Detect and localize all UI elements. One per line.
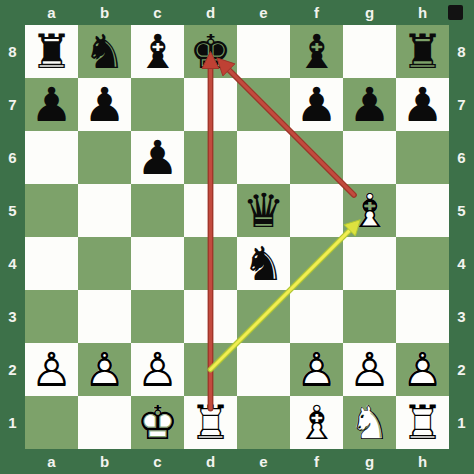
square-c5[interactable] (131, 184, 184, 237)
square-b5[interactable] (78, 184, 131, 237)
square-e6[interactable] (237, 131, 290, 184)
square-g2[interactable]: ♟♙ (343, 343, 396, 396)
rank-label-1: 1 (0, 396, 25, 449)
piece-black-bishop: ♝ (131, 25, 184, 78)
piece-black-pawn: ♟ (131, 131, 184, 184)
piece-white-rook: ♜ (184, 396, 237, 449)
square-h8[interactable]: ♜ (396, 25, 449, 78)
square-e1[interactable] (237, 396, 290, 449)
piece-black-pawn: ♟ (25, 78, 78, 131)
square-d4[interactable] (184, 237, 237, 290)
square-f6[interactable] (290, 131, 343, 184)
square-b6[interactable] (78, 131, 131, 184)
square-c1[interactable]: ♚♔ (131, 396, 184, 449)
piece-black-rook: ♜ (25, 25, 78, 78)
file-label-d: d (184, 449, 237, 474)
square-f3[interactable] (290, 290, 343, 343)
file-label-h: h (396, 0, 449, 25)
piece-black-rook: ♜ (396, 25, 449, 78)
square-d7[interactable] (184, 78, 237, 131)
piece-white-pawn-outline: ♙ (131, 343, 184, 396)
rank-label-8: 8 (449, 25, 474, 78)
square-c4[interactable] (131, 237, 184, 290)
rank-label-1: 1 (449, 396, 474, 449)
square-c6[interactable]: ♟ (131, 131, 184, 184)
square-h7[interactable]: ♟ (396, 78, 449, 131)
square-e2[interactable] (237, 343, 290, 396)
rank-label-6: 6 (0, 131, 25, 184)
square-h5[interactable] (396, 184, 449, 237)
piece-white-pawn: ♟ (131, 343, 184, 396)
square-b8[interactable]: ♞ (78, 25, 131, 78)
rank-labels-right: 87654321 (449, 25, 474, 449)
square-b7[interactable]: ♟ (78, 78, 131, 131)
square-e5[interactable]: ♛ (237, 184, 290, 237)
file-label-c: c (131, 0, 184, 25)
file-labels-top: abcdefgh (25, 0, 449, 25)
file-label-f: f (290, 0, 343, 25)
piece-white-pawn: ♟ (78, 343, 131, 396)
rank-label-2: 2 (0, 343, 25, 396)
rank-label-7: 7 (449, 78, 474, 131)
file-labels-bottom: abcdefgh (25, 449, 449, 474)
piece-white-king: ♚ (131, 396, 184, 449)
square-a2[interactable]: ♟♙ (25, 343, 78, 396)
square-c8[interactable]: ♝ (131, 25, 184, 78)
rank-labels-left: 87654321 (0, 25, 25, 449)
square-h1[interactable]: ♜♖ (396, 396, 449, 449)
rank-label-3: 3 (0, 290, 25, 343)
square-a5[interactable] (25, 184, 78, 237)
square-g1[interactable]: ♞♘ (343, 396, 396, 449)
piece-white-bishop: ♝ (343, 184, 396, 237)
square-d8[interactable]: ♚ (184, 25, 237, 78)
piece-white-pawn-outline: ♙ (290, 343, 343, 396)
square-a8[interactable]: ♜ (25, 25, 78, 78)
piece-black-king: ♚ (184, 25, 237, 78)
square-e8[interactable] (237, 25, 290, 78)
rank-label-5: 5 (0, 184, 25, 237)
square-d1[interactable]: ♜♖ (184, 396, 237, 449)
file-label-a: a (25, 449, 78, 474)
rank-label-2: 2 (449, 343, 474, 396)
square-g3[interactable] (343, 290, 396, 343)
file-label-b: b (78, 449, 131, 474)
piece-white-pawn: ♟ (25, 343, 78, 396)
square-g5[interactable]: ♝♗ (343, 184, 396, 237)
piece-black-pawn: ♟ (78, 78, 131, 131)
piece-white-king-outline: ♔ (131, 396, 184, 449)
file-label-d: d (184, 0, 237, 25)
piece-black-pawn: ♟ (396, 78, 449, 131)
square-d3[interactable] (184, 290, 237, 343)
square-b3[interactable] (78, 290, 131, 343)
square-f4[interactable] (290, 237, 343, 290)
square-g8[interactable] (343, 25, 396, 78)
piece-white-rook: ♜ (396, 396, 449, 449)
square-g6[interactable] (343, 131, 396, 184)
square-d5[interactable] (184, 184, 237, 237)
chess-board: ♜♞♝♚♝♜♟♟♟♟♟♟♛♝♗♞♟♙♟♙♟♙♟♙♟♙♟♙♚♔♜♖♝♗♞♘♜♖ (25, 25, 449, 449)
rank-label-4: 4 (0, 237, 25, 290)
rank-label-8: 8 (0, 25, 25, 78)
file-label-g: g (343, 0, 396, 25)
piece-white-knight: ♞ (343, 396, 396, 449)
square-b2[interactable]: ♟♙ (78, 343, 131, 396)
file-label-b: b (78, 0, 131, 25)
square-f8[interactable]: ♝ (290, 25, 343, 78)
square-h3[interactable] (396, 290, 449, 343)
square-d6[interactable] (184, 131, 237, 184)
piece-black-queen: ♛ (237, 184, 290, 237)
square-a3[interactable] (25, 290, 78, 343)
square-c7[interactable] (131, 78, 184, 131)
square-b4[interactable] (78, 237, 131, 290)
file-label-e: e (237, 449, 290, 474)
piece-black-bishop: ♝ (290, 25, 343, 78)
file-label-h: h (396, 449, 449, 474)
square-e3[interactable] (237, 290, 290, 343)
piece-black-knight: ♞ (78, 25, 131, 78)
square-f1[interactable]: ♝♗ (290, 396, 343, 449)
piece-white-rook-outline: ♖ (184, 396, 237, 449)
piece-black-pawn: ♟ (343, 78, 396, 131)
rank-label-3: 3 (449, 290, 474, 343)
square-e7[interactable] (237, 78, 290, 131)
file-label-e: e (237, 0, 290, 25)
piece-white-pawn-outline: ♙ (343, 343, 396, 396)
square-f2[interactable]: ♟♙ (290, 343, 343, 396)
black-to-move-indicator (448, 5, 463, 20)
piece-white-pawn-outline: ♙ (25, 343, 78, 396)
file-label-g: g (343, 449, 396, 474)
square-a7[interactable]: ♟ (25, 78, 78, 131)
square-g4[interactable] (343, 237, 396, 290)
piece-white-rook-outline: ♖ (396, 396, 449, 449)
piece-white-pawn: ♟ (290, 343, 343, 396)
square-e4[interactable]: ♞ (237, 237, 290, 290)
square-d2[interactable] (184, 343, 237, 396)
piece-white-pawn: ♟ (343, 343, 396, 396)
piece-black-pawn: ♟ (290, 78, 343, 131)
piece-white-knight-outline: ♘ (343, 396, 396, 449)
file-label-c: c (131, 449, 184, 474)
square-a4[interactable] (25, 237, 78, 290)
piece-white-bishop-outline: ♗ (290, 396, 343, 449)
square-c2[interactable]: ♟♙ (131, 343, 184, 396)
file-label-a: a (25, 0, 78, 25)
rank-label-5: 5 (449, 184, 474, 237)
piece-black-knight: ♞ (237, 237, 290, 290)
square-c3[interactable] (131, 290, 184, 343)
chess-app-window: abcdefgh abcdefgh 87654321 87654321 ♜♞♝♚… (0, 0, 474, 474)
square-f7[interactable]: ♟ (290, 78, 343, 131)
piece-white-pawn-outline: ♙ (78, 343, 131, 396)
square-a1[interactable] (25, 396, 78, 449)
square-a6[interactable] (25, 131, 78, 184)
square-h4[interactable] (396, 237, 449, 290)
rank-label-6: 6 (449, 131, 474, 184)
piece-white-pawn: ♟ (396, 343, 449, 396)
piece-white-pawn-outline: ♙ (396, 343, 449, 396)
rank-label-7: 7 (0, 78, 25, 131)
square-f5[interactable] (290, 184, 343, 237)
rank-label-4: 4 (449, 237, 474, 290)
piece-white-bishop-outline: ♗ (343, 184, 396, 237)
piece-white-bishop: ♝ (290, 396, 343, 449)
square-h6[interactable] (396, 131, 449, 184)
file-label-f: f (290, 449, 343, 474)
square-b1[interactable] (78, 396, 131, 449)
square-g7[interactable]: ♟ (343, 78, 396, 131)
square-h2[interactable]: ♟♙ (396, 343, 449, 396)
